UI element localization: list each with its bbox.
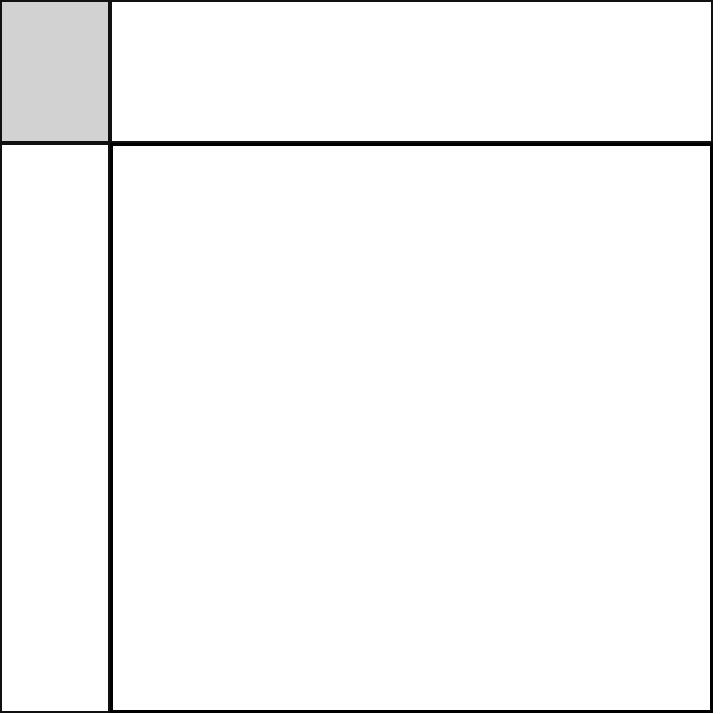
- row-clues-panel: [0, 143, 110, 713]
- nonogram-grid[interactable]: [110, 143, 713, 713]
- side-watermark: [697, 572, 715, 712]
- corner-watermark-box: [0, 0, 110, 143]
- column-clues-panel: [110, 0, 713, 143]
